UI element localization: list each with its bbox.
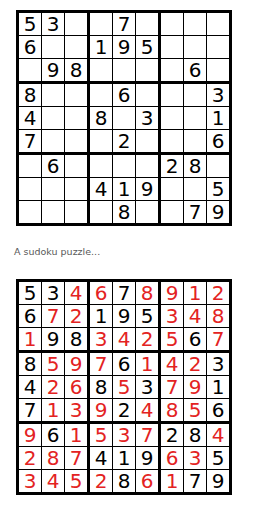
sudoku-cell-r4c9: 3: [207, 82, 229, 106]
sudoku-cell-r8c6: 9: [136, 447, 158, 469]
sudoku-cell-r2c5: 9: [113, 305, 135, 327]
sudoku-cell-r6c3: 3: [65, 399, 87, 421]
sudoku-cell-r2c7: 3: [159, 305, 183, 327]
sudoku-cell-r7c1: [19, 153, 41, 177]
sudoku-cell-r1c8: 1: [184, 282, 206, 304]
sudoku-cell-r7c5: [113, 153, 135, 177]
sudoku-cell-r8c3: [65, 178, 87, 200]
sudoku-cell-r3c7: [159, 59, 183, 81]
sudoku-cell-r3c9: 7: [207, 328, 229, 350]
sudoku-cell-r6c9: 6: [207, 130, 229, 152]
sudoku-cell-r8c9: 5: [207, 447, 229, 469]
sudoku-cell-r3c3: 8: [65, 328, 87, 350]
sudoku-cell-r6c2: [42, 130, 64, 152]
sudoku-cell-r7c4: [88, 153, 112, 177]
sudoku-cell-r4c6: 1: [136, 351, 158, 375]
sudoku-cell-r9c6: [136, 201, 158, 223]
sudoku-cell-r3c5: [113, 59, 135, 81]
sudoku-cell-r8c3: 7: [65, 447, 87, 469]
sudoku-cell-r7c5: 3: [113, 422, 135, 446]
sudoku-cell-r2c6: 5: [136, 36, 158, 58]
sudoku-cell-r6c4: [88, 130, 112, 152]
sudoku-cell-r4c8: 2: [184, 351, 206, 375]
sudoku-cell-r2c6: 5: [136, 305, 158, 327]
sudoku-cell-r1c2: 3: [42, 282, 64, 304]
sudoku-cell-r9c8: 7: [184, 201, 206, 223]
sudoku-cell-r1c4: 6: [88, 282, 112, 304]
sudoku-cell-r1c7: 9: [159, 282, 183, 304]
solution-board: 5346789126721953481983425678597614234268…: [16, 279, 232, 495]
sudoku-cell-r1c6: [136, 13, 158, 35]
sudoku-cell-r7c8: 8: [184, 422, 206, 446]
sudoku-cell-r5c9: 1: [207, 376, 229, 398]
sudoku-cell-r7c6: [136, 153, 158, 177]
sudoku-cell-r5c8: [184, 107, 206, 129]
sudoku-cell-r7c1: 9: [19, 422, 41, 446]
sudoku-cell-r5c6: 3: [136, 107, 158, 129]
sudoku-cell-r2c5: 9: [113, 36, 135, 58]
sudoku-cell-r3c7: 5: [159, 328, 183, 350]
sudoku-cell-r2c3: 2: [65, 305, 87, 327]
sudoku-cell-r4c3: 9: [65, 351, 87, 375]
sudoku-cell-r4c9: 3: [207, 351, 229, 375]
sudoku-cell-r8c5: 1: [113, 447, 135, 469]
sudoku-cell-r1c7: [159, 13, 183, 35]
sudoku-cell-r3c4: [88, 59, 112, 81]
sudoku-cell-r3c6: 2: [136, 328, 158, 350]
sudoku-cell-r6c7: 8: [159, 399, 183, 421]
sudoku-cell-r5c4: 8: [88, 376, 112, 398]
sudoku-cell-r9c6: 6: [136, 470, 158, 492]
sudoku-cell-r5c6: 3: [136, 376, 158, 398]
sudoku-cell-r9c3: [65, 201, 87, 223]
sudoku-cell-r5c3: [65, 107, 87, 129]
sudoku-cell-r3c4: 3: [88, 328, 112, 350]
sudoku-cell-r2c8: 4: [184, 305, 206, 327]
sudoku-cell-r2c2: [42, 36, 64, 58]
sudoku-cell-r7c8: 8: [184, 153, 206, 177]
sudoku-cell-r3c1: [19, 59, 41, 81]
sudoku-cell-r6c4: 9: [88, 399, 112, 421]
sudoku-cell-r8c2: 8: [42, 447, 64, 469]
sudoku-cell-r6c6: 4: [136, 399, 158, 421]
sudoku-cell-r2c2: 7: [42, 305, 64, 327]
sudoku-cell-r3c6: [136, 59, 158, 81]
sudoku-cell-r5c1: 4: [19, 376, 41, 398]
sudoku-cell-r9c5: 8: [113, 201, 135, 223]
sudoku-cell-r1c3: 4: [65, 282, 87, 304]
sudoku-cell-r7c4: 5: [88, 422, 112, 446]
sudoku-cell-r8c5: 1: [113, 178, 135, 200]
sudoku-cell-r6c8: 5: [184, 399, 206, 421]
sudoku-cell-r8c1: 2: [19, 447, 41, 469]
sudoku-cell-r4c5: 6: [113, 82, 135, 106]
sudoku-cell-r9c9: 9: [207, 201, 229, 223]
sudoku-cell-r8c2: [42, 178, 64, 200]
sudoku-cell-r4c2: [42, 82, 64, 106]
sudoku-cell-r4c4: 7: [88, 351, 112, 375]
sudoku-cell-r9c4: 2: [88, 470, 112, 492]
sudoku-cell-r4c1: 8: [19, 351, 41, 375]
sudoku-cell-r6c5: 2: [113, 130, 135, 152]
sudoku-cell-r1c1: 5: [19, 282, 41, 304]
sudoku-cell-r5c4: 8: [88, 107, 112, 129]
sudoku-cell-r5c7: 7: [159, 376, 183, 398]
sudoku-cell-r4c1: 8: [19, 82, 41, 106]
sudoku-cell-r5c3: 6: [65, 376, 87, 398]
sudoku-cell-r1c9: 2: [207, 282, 229, 304]
sudoku-cell-r6c2: 1: [42, 399, 64, 421]
sudoku-cell-r9c1: [19, 201, 41, 223]
sudoku-cell-r8c8: [184, 178, 206, 200]
sudoku-cell-r1c5: 7: [113, 13, 135, 35]
sudoku-cell-r4c6: [136, 82, 158, 106]
puzzle-board: 537619598686348317266284195879: [16, 10, 232, 226]
sudoku-cell-r6c1: 7: [19, 399, 41, 421]
sudoku-cell-r3c2: 9: [42, 59, 64, 81]
sudoku-cell-r4c4: [88, 82, 112, 106]
sudoku-cell-r6c7: [159, 130, 183, 152]
sudoku-cell-r1c6: 8: [136, 282, 158, 304]
sudoku-cell-r3c8: 6: [184, 59, 206, 81]
sudoku-cell-r1c2: 3: [42, 13, 64, 35]
sudoku-cell-r2c3: [65, 36, 87, 58]
sudoku-cell-r4c8: [184, 82, 206, 106]
sudoku-cell-r7c3: [65, 153, 87, 177]
sudoku-cell-r4c7: [159, 82, 183, 106]
sudoku-cell-r3c1: 1: [19, 328, 41, 350]
sudoku-cell-r8c1: [19, 178, 41, 200]
sudoku-cell-r8c7: [159, 178, 183, 200]
sudoku-cell-r5c5: 5: [113, 376, 135, 398]
sudoku-cell-r8c6: 9: [136, 178, 158, 200]
caption: A sudoku puzzle...: [14, 246, 100, 258]
sudoku-cell-r8c4: 4: [88, 447, 112, 469]
sudoku-cell-r6c8: [184, 130, 206, 152]
sudoku-cell-r8c7: 6: [159, 447, 183, 469]
sudoku-cell-r7c2: 6: [42, 422, 64, 446]
sudoku-cell-r5c2: 2: [42, 376, 64, 398]
sudoku-cell-r2c9: 8: [207, 305, 229, 327]
sudoku-cell-r2c1: 6: [19, 305, 41, 327]
sudoku-cell-r7c9: [207, 153, 229, 177]
sudoku-cell-r2c8: [184, 36, 206, 58]
sudoku-cell-r9c7: 1: [159, 470, 183, 492]
sudoku-cell-r6c5: 2: [113, 399, 135, 421]
sudoku-cell-r7c3: 1: [65, 422, 87, 446]
sudoku-cell-r5c7: [159, 107, 183, 129]
sudoku-cell-r7c9: 4: [207, 422, 229, 446]
sudoku-cell-r4c3: [65, 82, 87, 106]
sudoku-cell-r8c4: 4: [88, 178, 112, 200]
sudoku-cell-r9c8: 7: [184, 470, 206, 492]
sudoku-cell-r7c6: 7: [136, 422, 158, 446]
sudoku-cell-r1c4: [88, 13, 112, 35]
sudoku-cell-r2c7: [159, 36, 183, 58]
sudoku-cell-r3c5: 4: [113, 328, 135, 350]
sudoku-cell-r1c8: [184, 13, 206, 35]
sudoku-cell-r3c3: 8: [65, 59, 87, 81]
sudoku-cell-r6c9: 6: [207, 399, 229, 421]
sudoku-cell-r6c6: [136, 130, 158, 152]
sudoku-cell-r9c3: 5: [65, 470, 87, 492]
sudoku-cell-r9c4: [88, 201, 112, 223]
sudoku-cell-r1c1: 5: [19, 13, 41, 35]
sudoku-cell-r1c5: 7: [113, 282, 135, 304]
sudoku-cell-r9c5: 8: [113, 470, 135, 492]
sudoku-cell-r3c2: 9: [42, 328, 64, 350]
sudoku-cell-r9c9: 9: [207, 470, 229, 492]
sudoku-cell-r5c1: 4: [19, 107, 41, 129]
sudoku-cell-r9c2: 4: [42, 470, 64, 492]
sudoku-cell-r9c7: [159, 201, 183, 223]
sudoku-cell-r3c8: 6: [184, 328, 206, 350]
sudoku-cell-r5c8: 9: [184, 376, 206, 398]
sudoku-cell-r2c4: 1: [88, 36, 112, 58]
sudoku-cell-r6c1: 7: [19, 130, 41, 152]
sudoku-cell-r2c1: 6: [19, 36, 41, 58]
sudoku-cell-r1c3: [65, 13, 87, 35]
sudoku-cell-r5c2: [42, 107, 64, 129]
sudoku-cell-r7c7: 2: [159, 153, 183, 177]
sudoku-cell-r9c1: 3: [19, 470, 41, 492]
sudoku-cell-r1c9: [207, 13, 229, 35]
sudoku-cell-r4c2: 5: [42, 351, 64, 375]
sudoku-cell-r8c9: 5: [207, 178, 229, 200]
sudoku-cell-r8c8: 3: [184, 447, 206, 469]
sudoku-cell-r6c3: [65, 130, 87, 152]
sudoku-cell-r2c9: [207, 36, 229, 58]
sudoku-cell-r5c9: 1: [207, 107, 229, 129]
sudoku-cell-r7c2: 6: [42, 153, 64, 177]
sudoku-cell-r4c5: 6: [113, 351, 135, 375]
sudoku-cell-r4c7: 4: [159, 351, 183, 375]
sudoku-cell-r5c5: [113, 107, 135, 129]
sudoku-cell-r7c7: 2: [159, 422, 183, 446]
sudoku-cell-r9c2: [42, 201, 64, 223]
sudoku-cell-r3c9: [207, 59, 229, 81]
sudoku-cell-r2c4: 1: [88, 305, 112, 327]
